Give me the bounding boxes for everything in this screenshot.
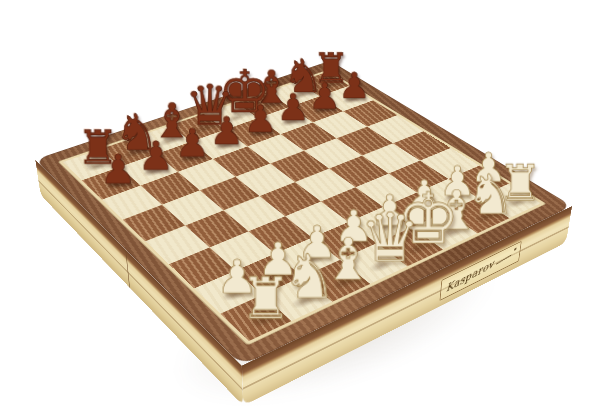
chess-board: ♜♞♝♛♚♝♞♜♟♟♟♟♟♟♟♟♟♟♟♟♟♟♟♟♜♞♝♛♚♝♞♜ Kasparo… xyxy=(35,61,572,366)
piece-black-pawn[interactable]: ♟ xyxy=(134,136,176,176)
signature-flourish-icon xyxy=(496,254,511,264)
signature-text: Kasparov xyxy=(445,258,494,295)
piece-black-pawn[interactable]: ♟ xyxy=(171,123,213,162)
piece-black-pawn[interactable]: ♟ xyxy=(96,149,139,189)
board-grid: ♜♞♝♛♚♝♞♜♟♟♟♟♟♟♟♟♟♟♟♟♟♟♟♟♜♞♝♛♚♝♞♜ xyxy=(63,72,541,341)
product-photo: ♜♞♝♛♚♝♞♜♟♟♟♟♟♟♟♟♟♟♟♟♟♟♟♟♜♞♝♛♚♝♞♜ Kasparo… xyxy=(0,0,600,418)
scene: ♜♞♝♛♚♝♞♜♟♟♟♟♟♟♟♟♟♟♟♟♟♟♟♟♜♞♝♛♚♝♞♜ Kasparo… xyxy=(0,0,600,418)
registered-mark-icon xyxy=(514,247,517,251)
piece-white-rook[interactable]: ♜ xyxy=(240,269,291,327)
